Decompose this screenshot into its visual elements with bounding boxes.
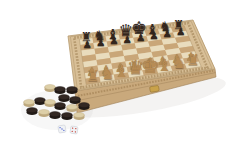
checker-light bbox=[39, 110, 50, 117]
checker-light bbox=[45, 100, 56, 107]
checker-light bbox=[67, 105, 78, 112]
checker-black bbox=[27, 108, 38, 115]
die-2 bbox=[70, 126, 78, 134]
checker-black bbox=[67, 87, 78, 94]
checker-light bbox=[74, 113, 85, 120]
checker-black bbox=[59, 95, 70, 102]
checker-black bbox=[70, 97, 81, 104]
checker-black bbox=[55, 103, 66, 110]
checker-black bbox=[55, 87, 66, 94]
checker-black bbox=[62, 113, 73, 120]
chess-set-product-photo: ♜♞♝♛♚♝♞♜♟♟♟♟♟♟♟♟♟♟♟♟♟♟♟♟♜♞♝♛♚♝♞♜ bbox=[0, 0, 240, 150]
checker-black bbox=[35, 98, 46, 105]
checker-light bbox=[45, 85, 56, 92]
board-and-accessories-scene bbox=[0, 0, 240, 150]
die-1 bbox=[58, 125, 66, 133]
checker-black bbox=[50, 112, 61, 119]
clasp bbox=[150, 85, 160, 92]
checker-black bbox=[79, 103, 90, 110]
checker-light bbox=[24, 100, 35, 107]
